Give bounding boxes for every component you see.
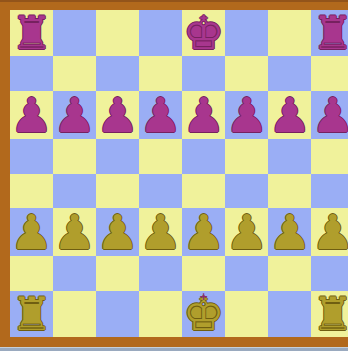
square-a3[interactable]: ♟ [10, 208, 53, 256]
square-b2[interactable] [53, 256, 96, 291]
square-a6[interactable]: ♟ [10, 91, 53, 139]
square-b5[interactable] [53, 139, 96, 174]
purple-pawn[interactable]: ♟ [225, 91, 268, 139]
yellow-pawn[interactable]: ♟ [96, 208, 139, 256]
square-c2[interactable] [96, 256, 139, 291]
square-d8[interactable] [139, 10, 182, 56]
square-g5[interactable] [268, 139, 311, 174]
square-g7[interactable] [268, 56, 311, 91]
square-f1[interactable] [225, 291, 268, 337]
yellow-pawn[interactable]: ♟ [268, 208, 311, 256]
square-f2[interactable] [225, 256, 268, 291]
window-edge-strip [0, 347, 348, 351]
square-a2[interactable] [10, 256, 53, 291]
square-d2[interactable] [139, 256, 182, 291]
purple-rook[interactable]: ♜ [312, 10, 348, 56]
square-d7[interactable] [139, 56, 182, 91]
square-g6[interactable]: ♟ [268, 91, 311, 139]
purple-pawn[interactable]: ♟ [268, 91, 311, 139]
yellow-pawn[interactable]: ♟ [53, 208, 96, 256]
square-b8[interactable] [53, 10, 96, 56]
square-c8[interactable] [96, 10, 139, 56]
square-d4[interactable] [139, 174, 182, 209]
square-g4[interactable] [268, 174, 311, 209]
square-a1[interactable]: ♜ [10, 291, 53, 337]
square-d6[interactable]: ♟ [139, 91, 182, 139]
square-b7[interactable] [53, 56, 96, 91]
yellow-rook[interactable]: ♜ [312, 291, 348, 337]
square-b4[interactable] [53, 174, 96, 209]
square-a5[interactable] [10, 139, 53, 174]
yellow-pawn[interactable]: ♟ [10, 208, 53, 256]
square-a4[interactable] [10, 174, 53, 209]
square-c6[interactable]: ♟ [96, 91, 139, 139]
square-e3[interactable]: ♟ [182, 208, 225, 256]
purple-king[interactable]: ♚ [183, 10, 224, 56]
chessboard: ♜♚♜♟♟♟♟♟♟♟♟♟♟♟♟♟♟♟♟♜♚+♜ [10, 10, 342, 337]
square-g1[interactable] [268, 291, 311, 337]
purple-rook[interactable]: ♜ [11, 10, 52, 56]
purple-pawn[interactable]: ♟ [53, 91, 96, 139]
square-h2[interactable] [311, 256, 348, 291]
purple-pawn[interactable]: ♟ [96, 91, 139, 139]
square-e5[interactable] [182, 139, 225, 174]
square-h8[interactable]: ♜ [311, 10, 348, 56]
square-c4[interactable] [96, 174, 139, 209]
square-g8[interactable] [268, 10, 311, 56]
square-d3[interactable]: ♟ [139, 208, 182, 256]
purple-pawn[interactable]: ♟ [139, 91, 182, 139]
square-c3[interactable]: ♟ [96, 208, 139, 256]
square-h1[interactable]: ♜ [311, 291, 348, 337]
square-a8[interactable]: ♜ [10, 10, 53, 56]
square-f6[interactable]: ♟ [225, 91, 268, 139]
square-g2[interactable] [268, 256, 311, 291]
purple-pawn[interactable]: ♟ [10, 91, 53, 139]
square-e7[interactable] [182, 56, 225, 91]
square-f3[interactable]: ♟ [225, 208, 268, 256]
chessboard-frame: ♜♚♜♟♟♟♟♟♟♟♟♟♟♟♟♟♟♟♟♜♚+♜ [0, 0, 348, 351]
yellow-pawn[interactable]: ♟ [182, 208, 225, 256]
square-d5[interactable] [139, 139, 182, 174]
square-h5[interactable] [311, 139, 348, 174]
yellow-pawn[interactable]: ♟ [311, 208, 348, 256]
square-f4[interactable] [225, 174, 268, 209]
square-h3[interactable]: ♟ [311, 208, 348, 256]
square-d1[interactable] [139, 291, 182, 337]
square-e2[interactable] [182, 256, 225, 291]
square-e1[interactable]: ♚+ [182, 291, 225, 337]
square-h4[interactable] [311, 174, 348, 209]
yellow-rook[interactable]: ♜ [11, 291, 52, 337]
square-e4[interactable] [182, 174, 225, 209]
yellow-pawn[interactable]: ♟ [139, 208, 182, 256]
square-b1[interactable] [53, 291, 96, 337]
square-a7[interactable] [10, 56, 53, 91]
square-c1[interactable] [96, 291, 139, 337]
purple-pawn[interactable]: ♟ [311, 91, 348, 139]
square-f5[interactable] [225, 139, 268, 174]
yellow-pawn[interactable]: ♟ [225, 208, 268, 256]
square-h6[interactable]: ♟ [311, 91, 348, 139]
square-e6[interactable]: ♟ [182, 91, 225, 139]
square-e8[interactable]: ♚ [182, 10, 225, 56]
square-f8[interactable] [225, 10, 268, 56]
square-b6[interactable]: ♟ [53, 91, 96, 139]
square-h7[interactable] [311, 56, 348, 91]
square-g3[interactable]: ♟ [268, 208, 311, 256]
purple-pawn[interactable]: ♟ [182, 91, 225, 139]
yellow-king[interactable]: ♚ [183, 291, 224, 337]
square-f7[interactable] [225, 56, 268, 91]
square-c5[interactable] [96, 139, 139, 174]
square-c7[interactable] [96, 56, 139, 91]
square-b3[interactable]: ♟ [53, 208, 96, 256]
